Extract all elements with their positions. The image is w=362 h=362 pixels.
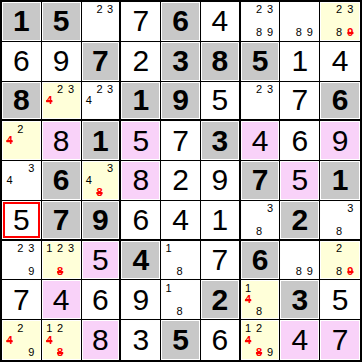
cell-r2c6[interactable]: 8 bbox=[201, 42, 241, 82]
cell-r2c3[interactable]: 7 bbox=[82, 42, 122, 82]
candidate-8: 8 bbox=[333, 266, 344, 278]
placed-digit: 6 bbox=[13, 46, 30, 76]
candidate-4-eliminated: 4 bbox=[44, 95, 55, 106]
placed-digit: 7 bbox=[332, 325, 349, 355]
cell-r3c4[interactable]: 1 bbox=[121, 82, 161, 122]
candidate-1: 1 bbox=[243, 322, 254, 334]
candidate-3: 3 bbox=[105, 4, 116, 16]
candidate-3: 3 bbox=[345, 4, 356, 16]
cell-r5c1[interactable]: 34 bbox=[2, 161, 42, 201]
given-digit: 1 bbox=[332, 165, 349, 195]
cell-r9c1[interactable]: 249 bbox=[2, 320, 42, 360]
candidate-8: 8 bbox=[293, 266, 304, 278]
candidate-8: 8 bbox=[254, 27, 265, 39]
cell-r2c2[interactable]: 9 bbox=[42, 42, 82, 82]
cell-r3c2[interactable]: 234 bbox=[42, 82, 82, 122]
cell-r7c8[interactable]: 89 bbox=[280, 241, 320, 281]
cell-r3c6[interactable]: 5 bbox=[201, 82, 241, 122]
candidate-8: 8 bbox=[293, 27, 304, 39]
cell-r4c3[interactable]: 1 bbox=[82, 121, 122, 161]
candidate-grid: 18 bbox=[163, 282, 196, 317]
candidate-3: 3 bbox=[66, 243, 77, 255]
cell-r4c8[interactable]: 6 bbox=[280, 121, 320, 161]
candidate-2: 2 bbox=[254, 4, 265, 16]
candidate-3: 3 bbox=[265, 203, 276, 214]
candidate-9: 9 bbox=[265, 27, 276, 39]
candidate-9: 9 bbox=[26, 266, 37, 278]
given-digit: 6 bbox=[172, 6, 189, 36]
candidate-2: 2 bbox=[55, 84, 66, 95]
cell-r4c1[interactable]: 24 bbox=[2, 121, 42, 161]
candidate-4-eliminated: 4 bbox=[243, 334, 254, 346]
cell-r9c5[interactable]: 5 bbox=[161, 320, 201, 360]
candidate-grid: 24 bbox=[4, 123, 37, 158]
candidate-4-eliminated: 4 bbox=[243, 294, 254, 306]
cell-r6c2[interactable]: 7 bbox=[42, 201, 82, 241]
cell-r1c4[interactable]: 7 bbox=[121, 2, 161, 42]
given-digit: 5 bbox=[53, 6, 70, 36]
candidate-grid: 89 bbox=[282, 243, 315, 278]
candidate-2: 2 bbox=[15, 243, 26, 255]
candidate-8: 8 bbox=[254, 225, 265, 236]
placed-digit: 5 bbox=[211, 85, 228, 115]
cell-r7c2[interactable]: 1238 bbox=[42, 241, 82, 281]
cell-r8c4[interactable]: 9 bbox=[121, 280, 161, 320]
cell-r5c6[interactable]: 9 bbox=[201, 161, 241, 201]
candidate-grid: 148 bbox=[243, 282, 276, 317]
candidate-2: 2 bbox=[94, 84, 105, 95]
given-digit: 9 bbox=[92, 205, 109, 235]
cell-r7c9[interactable]: 289 bbox=[320, 241, 360, 281]
given-digit: 8 bbox=[211, 46, 228, 76]
cell-r7c6[interactable]: 7 bbox=[201, 241, 241, 281]
given-digit: 1 bbox=[13, 6, 30, 36]
cell-r7c7[interactable]: 6 bbox=[241, 241, 281, 281]
candidate-8: 8 bbox=[333, 225, 344, 236]
cell-r4c5[interactable]: 7 bbox=[161, 121, 201, 161]
cell-r1c9[interactable]: 2389 bbox=[320, 2, 360, 42]
cell-r9c4[interactable]: 3 bbox=[121, 320, 161, 360]
cell-r8c2[interactable]: 4 bbox=[42, 280, 82, 320]
cell-r2c1[interactable]: 6 bbox=[2, 42, 42, 82]
placed-digit: 4 bbox=[211, 6, 228, 36]
cell-r2c7[interactable]: 5 bbox=[241, 42, 281, 82]
candidate-2: 2 bbox=[15, 123, 26, 135]
candidate-4: 4 bbox=[84, 95, 95, 106]
candidate-grid: 2389 bbox=[243, 4, 276, 39]
cell-r8c5[interactable]: 18 bbox=[161, 280, 201, 320]
given-digit: 7 bbox=[92, 46, 109, 76]
cell-r3c5[interactable]: 9 bbox=[161, 82, 201, 122]
cell-r8c3[interactable]: 6 bbox=[82, 280, 122, 320]
candidate-2: 2 bbox=[94, 4, 105, 16]
cell-r4c6[interactable]: 3 bbox=[201, 121, 241, 161]
cell-r7c4[interactable]: 4 bbox=[121, 241, 161, 281]
cell-r7c3[interactable]: 5 bbox=[82, 241, 122, 281]
candidate-grid: 1248 bbox=[44, 322, 77, 358]
given-digit: 2 bbox=[211, 285, 228, 315]
given-digit: 3 bbox=[172, 46, 189, 76]
candidate-3: 3 bbox=[105, 163, 116, 175]
candidate-grid: 234 bbox=[44, 84, 77, 118]
placed-digit: 6 bbox=[291, 126, 308, 156]
placed-digit: 2 bbox=[132, 46, 149, 76]
candidate-3: 3 bbox=[265, 84, 276, 95]
placed-digit: 9 bbox=[211, 165, 228, 195]
cell-r2c4[interactable]: 2 bbox=[121, 42, 161, 82]
candidate-8: 8 bbox=[333, 27, 344, 39]
placed-digit: 6 bbox=[211, 325, 228, 355]
cell-r1c2[interactable]: 5 bbox=[42, 2, 82, 42]
candidate-4-eliminated: 4 bbox=[4, 135, 15, 147]
cell-r1c5[interactable]: 6 bbox=[161, 2, 201, 42]
placed-digit: 4 bbox=[252, 126, 269, 156]
placed-digit: 5 bbox=[332, 285, 349, 315]
candidate-1: 1 bbox=[163, 282, 174, 294]
given-digit: 9 bbox=[172, 85, 189, 115]
candidate-8-eliminated: 8 bbox=[94, 186, 105, 198]
candidate-3: 3 bbox=[345, 203, 356, 214]
given-digit: 7 bbox=[252, 165, 269, 195]
candidate-8-eliminated: 8 bbox=[55, 266, 66, 278]
candidate-grid: 18 bbox=[163, 243, 196, 278]
candidate-1: 1 bbox=[44, 243, 55, 255]
placed-digit: 1 bbox=[211, 205, 228, 235]
placed-digit: 8 bbox=[92, 325, 109, 355]
placed-digit: 9 bbox=[53, 46, 70, 76]
candidate-grid: 2389 bbox=[322, 4, 356, 39]
given-digit: 8 bbox=[13, 85, 30, 115]
candidate-3: 3 bbox=[26, 243, 37, 255]
placed-digit: 5 bbox=[291, 165, 308, 195]
given-digit: 1 bbox=[132, 85, 149, 115]
cell-r5c5[interactable]: 2 bbox=[161, 161, 201, 201]
candidate-grid: 23 bbox=[84, 4, 116, 39]
cell-r4c7[interactable]: 4 bbox=[241, 121, 281, 161]
candidate-grid: 234 bbox=[84, 84, 116, 118]
sudoku-board: 1523764238989238969723851482342341952376… bbox=[0, 0, 362, 362]
placed-digit: 5 bbox=[132, 126, 149, 156]
candidate-9: 9 bbox=[304, 266, 315, 278]
candidate-2: 2 bbox=[254, 322, 265, 334]
cell-r7c5[interactable]: 18 bbox=[161, 241, 201, 281]
cell-r6c5[interactable]: 4 bbox=[161, 201, 201, 241]
cell-r9c8[interactable]: 4 bbox=[280, 320, 320, 360]
cell-r3c3[interactable]: 234 bbox=[82, 82, 122, 122]
candidate-3: 3 bbox=[265, 4, 276, 16]
cell-r9c2[interactable]: 1248 bbox=[42, 320, 82, 360]
cell-r5c8[interactable]: 5 bbox=[280, 161, 320, 201]
cell-r9c9[interactable]: 7 bbox=[320, 320, 360, 360]
given-digit: 3 bbox=[211, 126, 228, 156]
cell-r1c6[interactable]: 4 bbox=[201, 2, 241, 42]
given-digit: 2 bbox=[291, 205, 308, 235]
candidate-1: 1 bbox=[163, 243, 174, 255]
cell-r4c2[interactable]: 8 bbox=[42, 121, 82, 161]
candidate-grid: 34 bbox=[4, 163, 37, 198]
cell-r1c1[interactable]: 1 bbox=[2, 2, 42, 42]
candidate-3: 3 bbox=[105, 84, 116, 95]
candidate-3: 3 bbox=[66, 84, 77, 95]
candidate-2: 2 bbox=[15, 322, 26, 334]
candidate-8: 8 bbox=[254, 306, 265, 318]
placed-digit: 7 bbox=[291, 85, 308, 115]
candidate-1: 1 bbox=[243, 282, 254, 294]
candidate-9: 9 bbox=[304, 27, 315, 39]
cell-r1c7[interactable]: 2389 bbox=[241, 2, 281, 42]
cell-r8c9[interactable]: 5 bbox=[320, 280, 360, 320]
cell-r5c3[interactable]: 348 bbox=[82, 161, 122, 201]
candidate-grid: 38 bbox=[322, 203, 356, 237]
candidate-8: 8 bbox=[174, 306, 185, 318]
placed-digit: 5 bbox=[13, 205, 30, 235]
placed-digit: 3 bbox=[132, 325, 149, 355]
cell-r1c3[interactable]: 23 bbox=[82, 2, 122, 42]
candidate-8-eliminated: 8 bbox=[254, 346, 265, 358]
candidate-2: 2 bbox=[55, 243, 66, 255]
candidate-grid: 38 bbox=[243, 203, 276, 237]
cell-r4c4[interactable]: 5 bbox=[121, 121, 161, 161]
candidate-grid: 89 bbox=[282, 4, 315, 39]
placed-digit: 7 bbox=[211, 245, 228, 275]
placed-digit: 9 bbox=[332, 126, 349, 156]
cell-r6c4[interactable]: 6 bbox=[121, 201, 161, 241]
cell-r6c7[interactable]: 38 bbox=[241, 201, 281, 241]
cell-r5c4[interactable]: 8 bbox=[121, 161, 161, 201]
placed-digit: 5 bbox=[92, 245, 109, 275]
cell-r9c7[interactable]: 12489 bbox=[241, 320, 281, 360]
candidate-9: 9 bbox=[26, 346, 37, 358]
candidate-grid: 249 bbox=[4, 322, 37, 358]
cell-r2c5[interactable]: 3 bbox=[161, 42, 201, 82]
placed-digit: 7 bbox=[13, 285, 30, 315]
placed-digit: 7 bbox=[172, 126, 189, 156]
cell-r6c1[interactable]: 5 bbox=[2, 201, 42, 241]
cell-r5c2[interactable]: 6 bbox=[42, 161, 82, 201]
cell-r5c9[interactable]: 1 bbox=[320, 161, 360, 201]
given-digit: 1 bbox=[92, 126, 109, 156]
cell-r9c3[interactable]: 8 bbox=[82, 320, 122, 360]
cell-r4c9[interactable]: 9 bbox=[320, 121, 360, 161]
candidate-2: 2 bbox=[333, 243, 344, 255]
cell-r8c8[interactable]: 3 bbox=[280, 280, 320, 320]
cell-r1c8[interactable]: 89 bbox=[280, 2, 320, 42]
cell-r2c9[interactable]: 4 bbox=[320, 42, 360, 82]
candidate-9: 9 bbox=[265, 346, 276, 358]
placed-digit: 2 bbox=[172, 165, 189, 195]
cell-r6c6[interactable]: 1 bbox=[201, 201, 241, 241]
candidate-8: 8 bbox=[174, 266, 185, 278]
placed-digit: 8 bbox=[132, 165, 149, 195]
given-digit: 3 bbox=[291, 285, 308, 315]
cell-r5c7[interactable]: 7 bbox=[241, 161, 281, 201]
candidate-grid: 1238 bbox=[44, 243, 77, 278]
placed-digit: 4 bbox=[172, 205, 189, 235]
cell-r9c6[interactable]: 6 bbox=[201, 320, 241, 360]
candidate-grid: 23 bbox=[243, 84, 276, 118]
candidate-grid: 289 bbox=[322, 243, 356, 278]
given-digit: 4 bbox=[132, 245, 149, 275]
candidate-4: 4 bbox=[84, 175, 95, 187]
placed-digit: 1 bbox=[291, 46, 308, 76]
candidate-3: 3 bbox=[26, 163, 37, 175]
cell-r8c6[interactable]: 2 bbox=[201, 280, 241, 320]
given-digit: 7 bbox=[53, 205, 70, 235]
candidate-2: 2 bbox=[254, 84, 265, 95]
placed-digit: 9 bbox=[132, 285, 149, 315]
candidate-4: 4 bbox=[4, 175, 15, 187]
placed-digit: 7 bbox=[132, 6, 149, 36]
cell-r3c9[interactable]: 6 bbox=[320, 82, 360, 122]
placed-digit: 6 bbox=[132, 205, 149, 235]
cell-r8c1[interactable]: 7 bbox=[2, 280, 42, 320]
cell-r8c7[interactable]: 148 bbox=[241, 280, 281, 320]
given-digit: 5 bbox=[172, 325, 189, 355]
cell-r2c8[interactable]: 1 bbox=[280, 42, 320, 82]
placed-digit: 4 bbox=[332, 46, 349, 76]
cell-r3c1[interactable]: 8 bbox=[2, 82, 42, 122]
cell-r6c3[interactable]: 9 bbox=[82, 201, 122, 241]
placed-digit: 8 bbox=[53, 126, 70, 156]
placed-digit: 4 bbox=[53, 285, 70, 315]
given-digit: 6 bbox=[332, 85, 349, 115]
given-digit: 6 bbox=[53, 165, 70, 195]
candidate-9-eliminated: 9 bbox=[345, 27, 356, 39]
candidate-grid: 239 bbox=[4, 243, 37, 278]
placed-digit: 4 bbox=[291, 325, 308, 355]
candidate-4-eliminated: 4 bbox=[44, 334, 55, 346]
candidate-2: 2 bbox=[55, 322, 66, 334]
given-digit: 5 bbox=[252, 46, 269, 76]
cell-r3c8[interactable]: 7 bbox=[280, 82, 320, 122]
candidate-1: 1 bbox=[44, 322, 55, 334]
candidate-2: 2 bbox=[333, 4, 344, 16]
cell-r7c1[interactable]: 239 bbox=[2, 241, 42, 281]
given-digit: 6 bbox=[252, 245, 269, 275]
candidate-grid: 348 bbox=[84, 163, 116, 198]
placed-digit: 6 bbox=[92, 285, 109, 315]
candidate-9-eliminated: 9 bbox=[345, 266, 356, 278]
cell-r3c7[interactable]: 23 bbox=[241, 82, 281, 122]
candidate-grid: 12489 bbox=[243, 322, 276, 358]
cell-r6c8[interactable]: 2 bbox=[280, 201, 320, 241]
cell-r6c9[interactable]: 38 bbox=[320, 201, 360, 241]
candidate-8-eliminated: 8 bbox=[55, 346, 66, 358]
candidate-4-eliminated: 4 bbox=[4, 334, 15, 346]
